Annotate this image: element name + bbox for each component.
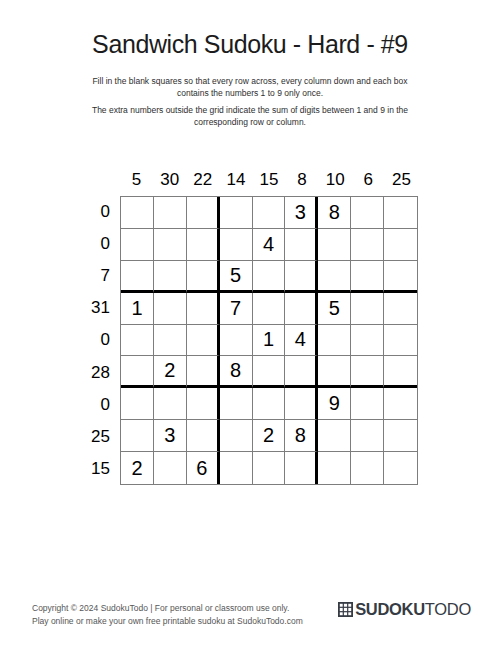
cell-r3c7[interactable] [318, 261, 351, 293]
cell-r3c6[interactable] [285, 261, 318, 293]
cell-r5c3[interactable] [187, 325, 220, 357]
col-clue-4: 14 [219, 166, 252, 193]
cell-r9c6[interactable] [285, 452, 318, 484]
cell-r9c1: 2 [121, 452, 154, 484]
cell-r7c8[interactable] [351, 388, 384, 420]
cell-r5c6: 4 [285, 325, 318, 357]
cell-r2c4[interactable] [220, 229, 253, 261]
cell-r5c4[interactable] [220, 325, 253, 357]
cell-r2c8[interactable] [351, 229, 384, 261]
footer-text: Copyright © 2024 SudokuTodo | For person… [32, 602, 303, 628]
cell-r9c9[interactable] [384, 452, 417, 484]
cell-r1c5[interactable] [253, 197, 286, 229]
cell-r4c8[interactable] [351, 293, 384, 325]
cell-r4c2[interactable] [154, 293, 187, 325]
cell-r6c5[interactable] [253, 356, 286, 388]
cell-r7c5[interactable] [253, 388, 286, 420]
row-clue-6: 28 [70, 357, 110, 389]
cell-r7c4[interactable] [220, 388, 253, 420]
col-clue-9: 25 [385, 166, 418, 193]
cell-r6c3[interactable] [187, 356, 220, 388]
cell-r3c2[interactable] [154, 261, 187, 293]
cell-r5c9[interactable] [384, 325, 417, 357]
row-clue-8: 25 [70, 421, 110, 453]
tagline-text: Play online or make your own free printa… [32, 615, 303, 628]
cell-r2c3[interactable] [187, 229, 220, 261]
cell-r4c3[interactable] [187, 293, 220, 325]
cell-r6c1[interactable] [121, 356, 154, 388]
cell-r8c2: 3 [154, 420, 187, 452]
cell-r6c4: 8 [220, 356, 253, 388]
cell-r7c7: 9 [318, 388, 351, 420]
cell-r8c6: 8 [285, 420, 318, 452]
row-clue-7: 0 [70, 389, 110, 421]
cell-r1c2[interactable] [154, 197, 187, 229]
cell-r9c3: 6 [187, 452, 220, 484]
cell-r1c7: 8 [318, 197, 351, 229]
cell-r1c1[interactable] [121, 197, 154, 229]
grid-icon [338, 602, 353, 617]
cell-r8c9[interactable] [384, 420, 417, 452]
logo-text-bold: SUDOKU [355, 600, 425, 618]
col-clue-2: 30 [153, 166, 186, 193]
row-clues: 0073102802515 [70, 196, 110, 485]
page: Sandwich Sudoku - Hard - #9 Fill in the … [0, 0, 500, 647]
cell-r7c9[interactable] [384, 388, 417, 420]
cell-r5c5: 1 [253, 325, 286, 357]
cell-r3c4: 5 [220, 261, 253, 293]
cell-r3c5[interactable] [253, 261, 286, 293]
cell-r2c9[interactable] [384, 229, 417, 261]
cell-r4c1: 1 [121, 293, 154, 325]
cell-r4c4: 7 [220, 293, 253, 325]
sudoku-board: 38451751428932826 [120, 196, 418, 485]
cell-r9c2[interactable] [154, 452, 187, 484]
col-clue-7: 10 [319, 166, 352, 193]
cell-r5c8[interactable] [351, 325, 384, 357]
row-clue-1: 0 [70, 196, 110, 228]
cell-r2c2[interactable] [154, 229, 187, 261]
cell-r8c4[interactable] [220, 420, 253, 452]
cell-r4c9[interactable] [384, 293, 417, 325]
cell-r2c1[interactable] [121, 229, 154, 261]
cell-r5c1[interactable] [121, 325, 154, 357]
cell-r9c5[interactable] [253, 452, 286, 484]
logo-text: SUDOKUTODO [355, 600, 471, 619]
cell-r4c5[interactable] [253, 293, 286, 325]
cell-r7c6[interactable] [285, 388, 318, 420]
col-clue-1: 5 [120, 166, 153, 193]
cell-r5c7[interactable] [318, 325, 351, 357]
cell-r3c9[interactable] [384, 261, 417, 293]
row-clue-9: 15 [70, 453, 110, 485]
cell-r5c2[interactable] [154, 325, 187, 357]
cell-r9c8[interactable] [351, 452, 384, 484]
cell-r7c1[interactable] [121, 388, 154, 420]
col-clue-8: 6 [352, 166, 385, 193]
cell-r1c8[interactable] [351, 197, 384, 229]
cell-r9c4[interactable] [220, 452, 253, 484]
cell-r6c9[interactable] [384, 356, 417, 388]
cell-r7c2[interactable] [154, 388, 187, 420]
cell-r1c9[interactable] [384, 197, 417, 229]
logo-text-light: TODO [425, 600, 471, 618]
cell-r2c5: 4 [253, 229, 286, 261]
cell-r1c3[interactable] [187, 197, 220, 229]
page-title: Sandwich Sudoku - Hard - #9 [0, 30, 500, 59]
cell-r8c5: 2 [253, 420, 286, 452]
cell-r6c7[interactable] [318, 356, 351, 388]
cell-r2c6[interactable] [285, 229, 318, 261]
row-clue-3: 7 [70, 260, 110, 292]
cell-r7c3[interactable] [187, 388, 220, 420]
instructions-line-2: The extra numbers outside the grid indic… [84, 105, 416, 128]
cell-r6c8[interactable] [351, 356, 384, 388]
cell-r3c8[interactable] [351, 261, 384, 293]
cell-r8c3[interactable] [187, 420, 220, 452]
cell-r8c1[interactable] [121, 420, 154, 452]
cell-r4c6[interactable] [285, 293, 318, 325]
sudokutodo-logo: SUDOKUTODO [338, 600, 471, 618]
cell-r2c7[interactable] [318, 229, 351, 261]
cell-r9c7[interactable] [318, 452, 351, 484]
col-clue-5: 15 [252, 166, 285, 193]
cell-r4c7: 5 [318, 293, 351, 325]
cell-r3c3[interactable] [187, 261, 220, 293]
cell-r8c8[interactable] [351, 420, 384, 452]
copyright-text: Copyright © 2024 SudokuTodo | For person… [32, 602, 303, 615]
cell-r1c4[interactable] [220, 197, 253, 229]
cell-r8c7[interactable] [318, 420, 351, 452]
instructions-line-1: Fill in the blank squares so that every … [84, 76, 416, 99]
row-clue-4: 31 [70, 292, 110, 324]
cell-r6c2: 2 [154, 356, 187, 388]
cell-r3c1[interactable] [121, 261, 154, 293]
row-clue-2: 0 [70, 228, 110, 260]
col-clue-6: 8 [286, 166, 319, 193]
row-clue-5: 0 [70, 324, 110, 356]
column-clues: 530221415810625 [120, 166, 418, 193]
cell-r6c6[interactable] [285, 356, 318, 388]
col-clue-3: 22 [186, 166, 219, 193]
cell-r1c6: 3 [285, 197, 318, 229]
instructions: Fill in the blank squares so that every … [84, 76, 416, 134]
